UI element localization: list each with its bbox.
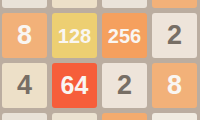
tile-partial-r3c0 xyxy=(2,113,47,120)
tile-8-r2c3: 8 xyxy=(152,63,197,108)
tile-2-r1c3: 2 xyxy=(152,13,197,58)
tile-8-r1c0: 8 xyxy=(2,13,47,58)
tile-64-r2c1: 64 xyxy=(52,63,97,108)
tile-4-r2c0: 4 xyxy=(2,63,47,108)
tile-grid: 8128256246428 xyxy=(2,0,197,120)
game-board-2048[interactable]: 8128256246428 xyxy=(0,0,200,120)
tile-128-r1c1: 128 xyxy=(52,13,97,58)
tile-partial-r0c2 xyxy=(102,0,147,8)
tile-partial-r3c2 xyxy=(102,113,147,120)
tile-partial-r3c3 xyxy=(152,113,197,120)
tile-partial-r0c0 xyxy=(2,0,47,8)
tile-partial-r3c1 xyxy=(52,113,97,120)
tile-partial-r0c1 xyxy=(52,0,97,8)
tile-2-r2c2: 2 xyxy=(102,63,147,108)
tile-256-r1c2: 256 xyxy=(102,13,147,58)
tile-partial-r0c3 xyxy=(152,0,197,8)
